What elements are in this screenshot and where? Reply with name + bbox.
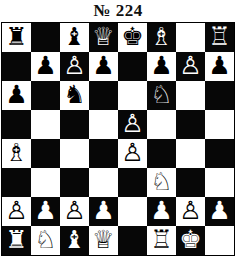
square-f3: ♘ — [147, 168, 176, 197]
piece-black-pawn: ♙ — [179, 51, 201, 80]
piece-black-queen: ♕ — [92, 22, 114, 51]
square-f7: ♟ — [147, 52, 176, 81]
piece-black-pawn: ♟ — [92, 51, 114, 80]
square-d5 — [89, 110, 118, 139]
square-b8 — [31, 23, 60, 52]
square-b4 — [31, 139, 60, 168]
square-e5: ♙ — [118, 110, 147, 139]
piece-white-pawn: ♙ — [63, 196, 85, 225]
chess-board: ♜♝♕♚♗♖♟♙♟♟♙♟♟♞♘♙♗♙♘♙♟♙♟♟♙♟♜♘♝♕♖♚ — [1, 22, 235, 256]
square-h6 — [205, 81, 234, 110]
square-b2: ♟ — [31, 197, 60, 226]
square-c5 — [60, 110, 89, 139]
piece-white-pawn: ♙ — [121, 138, 143, 167]
piece-black-pawn: ♙ — [63, 51, 85, 80]
piece-white-bishop: ♗ — [5, 138, 27, 167]
square-b5 — [31, 110, 60, 139]
square-e1 — [118, 226, 147, 255]
square-a1: ♜ — [2, 226, 31, 255]
piece-black-pawn: ♟ — [34, 51, 56, 80]
square-b3 — [31, 168, 60, 197]
square-c8: ♝ — [60, 23, 89, 52]
square-e2 — [118, 197, 147, 226]
piece-white-king: ♚ — [179, 225, 201, 254]
piece-black-pawn: ♙ — [121, 109, 143, 138]
square-e6 — [118, 81, 147, 110]
diagram-number: № 224 — [93, 0, 142, 22]
square-g2: ♙ — [176, 197, 205, 226]
square-e4: ♙ — [118, 139, 147, 168]
square-g4 — [176, 139, 205, 168]
piece-black-rook: ♜ — [5, 22, 27, 51]
piece-black-bishop: ♗ — [150, 22, 172, 51]
square-g5 — [176, 110, 205, 139]
piece-black-pawn: ♟ — [150, 51, 172, 80]
square-g7: ♙ — [176, 52, 205, 81]
square-b7: ♟ — [31, 52, 60, 81]
square-b1: ♘ — [31, 226, 60, 255]
square-f2: ♟ — [147, 197, 176, 226]
square-d6 — [89, 81, 118, 110]
square-c1: ♝ — [60, 226, 89, 255]
square-h2: ♟ — [205, 197, 234, 226]
square-g1: ♚ — [176, 226, 205, 255]
piece-black-bishop: ♝ — [63, 22, 85, 51]
square-a7 — [2, 52, 31, 81]
piece-black-pawn: ♟ — [5, 80, 27, 109]
piece-black-king: ♚ — [121, 22, 143, 51]
piece-white-pawn: ♙ — [179, 196, 201, 225]
square-f1: ♖ — [147, 226, 176, 255]
square-c2: ♙ — [60, 197, 89, 226]
square-h8: ♖ — [205, 23, 234, 52]
square-c6: ♞ — [60, 81, 89, 110]
square-a8: ♜ — [2, 23, 31, 52]
piece-white-pawn: ♟ — [34, 196, 56, 225]
square-d1: ♕ — [89, 226, 118, 255]
square-e3 — [118, 168, 147, 197]
piece-white-queen: ♕ — [92, 225, 114, 254]
square-c7: ♙ — [60, 52, 89, 81]
square-a6: ♟ — [2, 81, 31, 110]
square-h3 — [205, 168, 234, 197]
square-e7 — [118, 52, 147, 81]
square-a2: ♙ — [2, 197, 31, 226]
square-c4 — [60, 139, 89, 168]
piece-white-bishop: ♝ — [63, 225, 85, 254]
square-e8: ♚ — [118, 23, 147, 52]
square-d2: ♟ — [89, 197, 118, 226]
square-f5 — [147, 110, 176, 139]
square-b6 — [31, 81, 60, 110]
piece-white-pawn: ♟ — [150, 196, 172, 225]
piece-white-knight: ♘ — [150, 167, 172, 196]
square-g8 — [176, 23, 205, 52]
piece-black-rook: ♖ — [208, 22, 230, 51]
square-a3 — [2, 168, 31, 197]
piece-white-pawn: ♙ — [5, 196, 27, 225]
piece-white-pawn: ♟ — [208, 196, 230, 225]
square-h1 — [205, 226, 234, 255]
square-c3 — [60, 168, 89, 197]
piece-black-knight: ♘ — [150, 80, 172, 109]
diagram-page: № 224 ♜♝♕♚♗♖♟♙♟♟♙♟♟♞♘♙♗♙♘♙♟♙♟♟♙♟♜♘♝♕♖♚ — [0, 0, 236, 260]
square-d8: ♕ — [89, 23, 118, 52]
square-d3 — [89, 168, 118, 197]
piece-black-pawn: ♟ — [208, 51, 230, 80]
piece-white-rook: ♖ — [150, 225, 172, 254]
square-d4 — [89, 139, 118, 168]
square-d7: ♟ — [89, 52, 118, 81]
square-h7: ♟ — [205, 52, 234, 81]
piece-black-knight: ♞ — [63, 80, 85, 109]
square-a4: ♗ — [2, 139, 31, 168]
square-h4 — [205, 139, 234, 168]
square-f4 — [147, 139, 176, 168]
square-h5 — [205, 110, 234, 139]
piece-white-knight: ♘ — [34, 225, 56, 254]
square-f8: ♗ — [147, 23, 176, 52]
square-f6: ♘ — [147, 81, 176, 110]
piece-white-rook: ♜ — [5, 225, 27, 254]
square-g3 — [176, 168, 205, 197]
square-g6 — [176, 81, 205, 110]
square-a5 — [2, 110, 31, 139]
piece-white-pawn: ♟ — [92, 196, 114, 225]
